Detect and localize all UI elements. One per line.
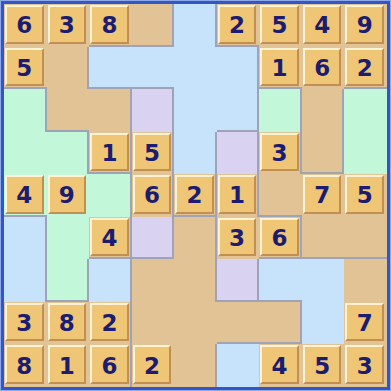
given-digit: 4	[314, 12, 330, 38]
cell-r4c8[interactable]: 5	[344, 174, 387, 217]
given-tile: 5	[345, 175, 384, 214]
cell-r3c7[interactable]	[302, 132, 345, 175]
cell-r6c5[interactable]	[217, 259, 260, 302]
cell-r1c0[interactable]: 5	[4, 47, 47, 90]
cell-r4c1[interactable]: 9	[47, 174, 90, 217]
cell-r7c7[interactable]	[302, 302, 345, 345]
given-digit: 6	[272, 225, 288, 251]
cell-r1c6[interactable]: 1	[259, 47, 302, 90]
cell-r3c8[interactable]	[344, 132, 387, 175]
cell-r5c8[interactable]	[344, 217, 387, 260]
given-tile: 4	[303, 5, 342, 44]
cell-r4c2[interactable]	[89, 174, 132, 217]
given-tile: 1	[218, 175, 257, 214]
cell-r1c1[interactable]	[47, 47, 90, 90]
cell-r3c4[interactable]	[174, 132, 217, 175]
given-tile: 5	[133, 133, 172, 172]
given-digit: 6	[101, 353, 117, 379]
cell-r4c0[interactable]: 4	[4, 174, 47, 217]
cell-r2c7[interactable]	[302, 89, 345, 132]
cell-r7c2[interactable]: 2	[89, 302, 132, 345]
given-tile: 3	[345, 345, 384, 384]
given-digit: 6	[314, 55, 330, 81]
given-digit: 3	[272, 140, 288, 166]
given-digit: 2	[357, 55, 373, 81]
cell-r3c0[interactable]	[4, 132, 47, 175]
cell-r7c4[interactable]	[174, 302, 217, 345]
given-digit: 1	[272, 55, 288, 81]
given-digit: 2	[186, 182, 202, 208]
cell-r6c8[interactable]	[344, 259, 387, 302]
cell-r0c0[interactable]: 6	[4, 4, 47, 47]
cell-r2c1[interactable]	[47, 89, 90, 132]
cell-r5c1[interactable]	[47, 217, 90, 260]
given-tile: 6	[133, 175, 172, 214]
given-tile: 2	[345, 48, 384, 87]
given-digit: 9	[357, 12, 373, 38]
given-digit: 4	[272, 353, 288, 379]
given-digit: 2	[229, 12, 245, 38]
given-tile: 6	[303, 48, 342, 87]
cell-r2c6[interactable]	[259, 89, 302, 132]
given-tile: 8	[90, 5, 129, 44]
given-tile: 4	[5, 175, 44, 214]
given-tile: 5	[260, 5, 299, 44]
given-tile: 1	[48, 345, 87, 384]
board-frame-inner: 63825495162153496217543638278162453	[1, 1, 390, 390]
given-digit: 5	[16, 55, 32, 81]
cell-r1c4[interactable]	[174, 47, 217, 90]
cell-r5c7[interactable]	[302, 217, 345, 260]
given-digit: 6	[16, 12, 32, 38]
cell-r1c7[interactable]: 6	[302, 47, 345, 90]
cell-r3c3[interactable]: 5	[132, 132, 175, 175]
cell-r2c0[interactable]	[4, 89, 47, 132]
given-digit: 2	[101, 310, 117, 336]
given-digit: 2	[144, 353, 160, 379]
given-tile: 6	[90, 345, 129, 384]
given-digit: 5	[314, 353, 330, 379]
cell-r3c6[interactable]: 3	[259, 132, 302, 175]
sudoku-board: 63825495162153496217543638278162453	[4, 4, 387, 387]
cell-r6c3[interactable]	[132, 259, 175, 302]
given-digit: 3	[229, 225, 245, 251]
cell-r8c6[interactable]: 4	[259, 344, 302, 387]
cell-r3c5[interactable]	[217, 132, 260, 175]
cell-r4c6[interactable]	[259, 174, 302, 217]
given-digit: 5	[357, 182, 373, 208]
cell-r2c8[interactable]	[344, 89, 387, 132]
cell-r0c7[interactable]: 4	[302, 4, 345, 47]
cell-r8c7[interactable]: 5	[302, 344, 345, 387]
cell-r0c1[interactable]: 3	[47, 4, 90, 47]
given-tile: 1	[90, 133, 129, 172]
cell-r0c6[interactable]: 5	[259, 4, 302, 47]
given-digit: 6	[144, 182, 160, 208]
cell-r1c3[interactable]	[132, 47, 175, 90]
given-tile: 6	[260, 218, 299, 257]
cell-r7c1[interactable]: 8	[47, 302, 90, 345]
cell-r8c5[interactable]	[217, 344, 260, 387]
cell-r8c3[interactable]: 2	[132, 344, 175, 387]
cell-r7c8[interactable]: 7	[344, 302, 387, 345]
given-digit: 1	[101, 140, 117, 166]
cell-r1c2[interactable]	[89, 47, 132, 90]
cell-r0c2[interactable]: 8	[89, 4, 132, 47]
given-tile: 2	[218, 5, 257, 44]
given-tile: 3	[218, 218, 257, 257]
given-digit: 8	[59, 310, 75, 336]
cell-r5c6[interactable]: 6	[259, 217, 302, 260]
cell-r2c3[interactable]	[132, 89, 175, 132]
given-digit: 3	[16, 310, 32, 336]
given-digit: 7	[314, 182, 330, 208]
cell-r0c4[interactable]	[174, 4, 217, 47]
given-digit: 1	[229, 182, 245, 208]
board-frame-outer: 63825495162153496217543638278162453	[0, 0, 391, 391]
given-digit: 4	[16, 182, 32, 208]
given-tile: 3	[48, 5, 87, 44]
cell-r7c0[interactable]: 3	[4, 302, 47, 345]
given-tile: 4	[260, 345, 299, 384]
given-tile: 8	[5, 345, 44, 384]
cell-r2c5[interactable]	[217, 89, 260, 132]
given-tile: 2	[175, 175, 214, 214]
given-tile: 3	[5, 303, 44, 342]
given-tile: 5	[5, 48, 44, 87]
given-tile: 7	[303, 175, 342, 214]
given-digit: 3	[59, 12, 75, 38]
cell-r4c4[interactable]: 2	[174, 174, 217, 217]
cell-r4c5[interactable]: 1	[217, 174, 260, 217]
cell-r6c1[interactable]	[47, 259, 90, 302]
given-digit: 9	[59, 182, 75, 208]
cell-r4c3[interactable]: 6	[132, 174, 175, 217]
given-digit: 5	[144, 140, 160, 166]
cell-r1c8[interactable]: 2	[344, 47, 387, 90]
cell-r6c2[interactable]	[89, 259, 132, 302]
cell-r0c3[interactable]	[132, 4, 175, 47]
cell-r1c5[interactable]	[217, 47, 260, 90]
given-tile: 9	[48, 175, 87, 214]
given-tile: 9	[345, 5, 384, 44]
cell-r6c4[interactable]	[174, 259, 217, 302]
cell-r5c2[interactable]: 4	[89, 217, 132, 260]
cell-r6c7[interactable]	[302, 259, 345, 302]
cell-r7c6[interactable]	[259, 302, 302, 345]
cell-r0c8[interactable]: 9	[344, 4, 387, 47]
cell-r8c0[interactable]: 8	[4, 344, 47, 387]
cell-r5c5[interactable]: 3	[217, 217, 260, 260]
cell-r4c7[interactable]: 7	[302, 174, 345, 217]
cell-r5c3[interactable]	[132, 217, 175, 260]
given-digit: 4	[101, 225, 117, 251]
given-tile: 1	[260, 48, 299, 87]
given-tile: 6	[5, 5, 44, 44]
given-digit: 8	[101, 12, 117, 38]
given-tile: 8	[48, 303, 87, 342]
cell-r2c2[interactable]	[89, 89, 132, 132]
cell-r3c1[interactable]	[47, 132, 90, 175]
cell-r7c5[interactable]	[217, 302, 260, 345]
cell-r8c2[interactable]: 6	[89, 344, 132, 387]
given-tile: 7	[345, 303, 384, 342]
cell-r5c0[interactable]	[4, 217, 47, 260]
given-tile: 2	[133, 345, 172, 384]
cell-r2c4[interactable]	[174, 89, 217, 132]
given-digit: 8	[16, 353, 32, 379]
given-tile: 4	[90, 218, 129, 257]
given-tile: 2	[90, 303, 129, 342]
cell-r8c4[interactable]	[174, 344, 217, 387]
cell-r8c1[interactable]: 1	[47, 344, 90, 387]
cell-r6c6[interactable]	[259, 259, 302, 302]
cell-r3c2[interactable]: 1	[89, 132, 132, 175]
given-digit: 3	[357, 353, 373, 379]
cell-r7c3[interactable]	[132, 302, 175, 345]
given-digit: 5	[272, 12, 288, 38]
cell-r5c4[interactable]	[174, 217, 217, 260]
given-digit: 7	[357, 310, 373, 336]
given-digit: 1	[59, 353, 75, 379]
cell-r8c8[interactable]: 3	[344, 344, 387, 387]
given-tile: 3	[260, 133, 299, 172]
cell-r6c0[interactable]	[4, 259, 47, 302]
given-tile: 5	[303, 345, 342, 384]
cell-r0c5[interactable]: 2	[217, 4, 260, 47]
